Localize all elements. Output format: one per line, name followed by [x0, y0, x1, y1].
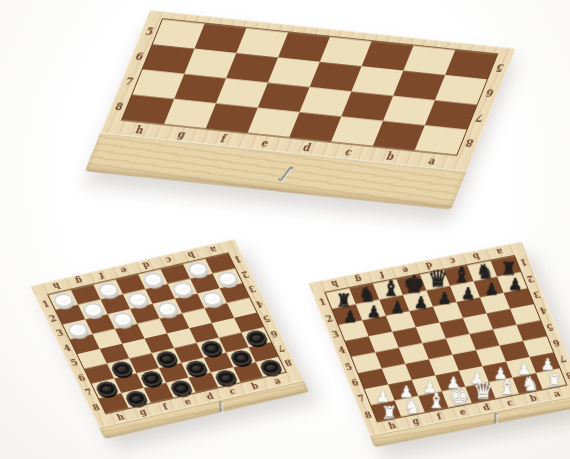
- piece-wr: ♜: [381, 405, 397, 420]
- piece-wn: ♞: [404, 398, 422, 415]
- folded-chess-box: 56785678hgfedcba ∫: [85, 10, 516, 210]
- piece-bp: ♟: [508, 278, 522, 292]
- piece-bp: ♟: [437, 292, 451, 306]
- piece-bb: ♝: [381, 281, 400, 299]
- clasp-icon: ∫: [492, 413, 499, 424]
- piece-bp: ♟: [390, 301, 404, 315]
- piece-wk: ♚: [449, 386, 471, 406]
- piece-br: ♜: [336, 292, 352, 307]
- piece-bp: ♟: [367, 305, 381, 319]
- piece-bk: ♚: [403, 274, 425, 294]
- checkers-board: 1234567812345678hgfedcbahgfedcba ∫: [30, 239, 309, 439]
- piece-bn: ♞: [476, 263, 494, 280]
- product-photo: 56785678hgfedcba ∫ 1234567812345678hgfed…: [0, 0, 570, 459]
- piece-wb: ♝: [427, 393, 446, 411]
- piece-wq: ♛: [473, 382, 494, 402]
- piece-bp: ♟: [414, 296, 428, 310]
- piece-bq: ♛: [427, 270, 448, 290]
- piece-br: ♜: [501, 260, 517, 275]
- piece-bp: ♟: [343, 310, 357, 324]
- piece-bn: ♞: [358, 286, 376, 303]
- piece-bp: ♟: [461, 287, 475, 301]
- clasp-icon: ∫: [217, 401, 225, 411]
- chess-board: 1234567812345678hgfedcbahgfedcba♜♞♝♚♛♝♞♜…: [308, 241, 570, 447]
- clasp-icon: ∫: [277, 164, 295, 182]
- piece-wb: ♝: [497, 379, 516, 397]
- piece-bp: ♟: [484, 283, 498, 297]
- piece-bb: ♝: [452, 267, 471, 285]
- piece-wn: ♞: [521, 376, 539, 393]
- piece-wr: ♜: [546, 373, 562, 388]
